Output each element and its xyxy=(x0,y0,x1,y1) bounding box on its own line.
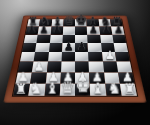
piece-white-pawn-g4[interactable]: ♟ xyxy=(102,50,116,61)
board-perspective-wrapper: ♜♞♝♛♚♝♞♜♟♟♟♟♟♟♟♟♟♟♟♟♟♟♟♟♜♞♝♛♚♝♞♜ xyxy=(3,16,146,103)
piece-black-pawn-a7[interactable]: ♟ xyxy=(26,24,38,34)
piece-black-pawn-f7[interactable]: ♟ xyxy=(87,24,99,34)
square-b5[interactable] xyxy=(35,43,49,52)
square-b1[interactable]: ♞ xyxy=(29,84,46,96)
piece-white-pawn-b3[interactable]: ♟ xyxy=(32,60,46,72)
square-c6[interactable] xyxy=(49,35,62,43)
wooden-board-frame: ♜♞♝♛♚♝♞♜♟♟♟♟♟♟♟♟♟♟♟♟♟♟♟♟♜♞♝♛♚♝♞♜ xyxy=(3,16,146,103)
piece-black-pawn-c7[interactable]: ♟ xyxy=(50,24,62,34)
square-h4[interactable] xyxy=(115,52,130,62)
piece-white-rook-a1[interactable]: ♜ xyxy=(13,82,28,96)
piece-white-knight-g1[interactable]: ♞ xyxy=(106,81,121,96)
square-e4[interactable] xyxy=(75,52,89,62)
piece-black-pawn-b7[interactable]: ♟ xyxy=(38,24,50,34)
piece-white-knight-b1[interactable]: ♞ xyxy=(29,81,44,96)
square-d5[interactable]: ♟ xyxy=(62,43,75,52)
square-b6[interactable] xyxy=(37,35,51,43)
square-c5[interactable] xyxy=(49,43,63,52)
square-h7[interactable]: ♟ xyxy=(111,27,125,35)
square-f6[interactable] xyxy=(87,35,100,43)
piece-black-pawn-d5[interactable]: ♟ xyxy=(62,41,75,52)
piece-black-pawn-h7[interactable]: ♟ xyxy=(112,24,124,34)
square-d7[interactable] xyxy=(63,27,75,35)
square-d1[interactable]: ♛ xyxy=(60,84,75,96)
square-d8[interactable]: ♛ xyxy=(63,19,75,26)
square-h6[interactable] xyxy=(112,35,126,43)
square-g4[interactable]: ♟ xyxy=(102,52,117,62)
square-e7[interactable] xyxy=(75,27,87,35)
square-d4[interactable] xyxy=(61,52,75,62)
square-f4[interactable] xyxy=(88,52,102,62)
piece-black-queen-d8[interactable]: ♛ xyxy=(63,14,75,27)
piece-white-queen-d1[interactable]: ♛ xyxy=(60,79,75,95)
square-g1[interactable]: ♞ xyxy=(105,84,122,96)
square-c7[interactable]: ♟ xyxy=(50,27,63,35)
square-b7[interactable]: ♟ xyxy=(38,27,51,35)
chess-board[interactable]: ♜♞♝♛♚♝♞♜♟♟♟♟♟♟♟♟♟♟♟♟♟♟♟♟♜♞♝♛♚♝♞♜ xyxy=(12,19,139,97)
square-c1[interactable]: ♝ xyxy=(44,84,60,96)
square-e1[interactable]: ♚ xyxy=(75,84,90,96)
square-f7[interactable]: ♟ xyxy=(87,27,100,35)
square-e8[interactable]: ♚ xyxy=(75,19,87,26)
square-g7[interactable]: ♟ xyxy=(99,27,112,35)
piece-white-rook-h1[interactable]: ♜ xyxy=(121,82,136,96)
piece-white-bishop-f1[interactable]: ♝ xyxy=(90,81,105,96)
piece-black-pawn-e5[interactable]: ♟ xyxy=(75,41,88,52)
square-e5[interactable]: ♟ xyxy=(75,43,88,52)
square-c4[interactable] xyxy=(48,52,62,62)
square-h1[interactable]: ♜ xyxy=(120,84,137,96)
square-f1[interactable]: ♝ xyxy=(90,84,106,96)
chess-app-scene: ♜♞♝♛♚♝♞♜♟♟♟♟♟♟♟♟♟♟♟♟♟♟♟♟♜♞♝♛♚♝♞♜ xyxy=(0,0,150,125)
piece-white-bishop-c1[interactable]: ♝ xyxy=(44,81,59,96)
piece-white-king-e1[interactable]: ♚ xyxy=(75,78,90,96)
square-g3[interactable] xyxy=(102,62,117,72)
square-f5[interactable] xyxy=(88,43,102,52)
piece-black-king-e8[interactable]: ♚ xyxy=(75,13,87,27)
piece-black-pawn-g7[interactable]: ♟ xyxy=(100,24,112,34)
